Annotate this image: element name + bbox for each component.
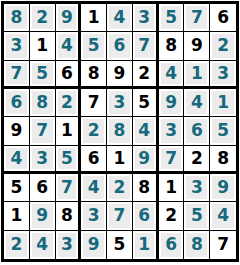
cell-r3c8[interactable]: 1 — [184, 61, 210, 89]
cell-r5c2[interactable]: 7 — [30, 117, 56, 145]
solved-digit: 9 — [135, 148, 154, 169]
given-digit: 9 — [109, 63, 130, 84]
given-digit: 5 — [135, 91, 154, 114]
solved-digit: 7 — [186, 6, 207, 29]
cell-r3c3[interactable]: 6 — [56, 61, 82, 89]
cell-r4c5[interactable]: 3 — [107, 89, 133, 117]
solved-digit: 5 — [58, 148, 77, 169]
given-digit: 8 — [83, 63, 104, 84]
cell-r4c4[interactable]: 7 — [81, 89, 107, 117]
cell-r7c3[interactable]: 7 — [56, 174, 82, 202]
cell-r4c2[interactable]: 8 — [30, 89, 56, 117]
cell-r4c8[interactable]: 4 — [184, 89, 210, 117]
given-digit: 6 — [212, 6, 234, 29]
cell-r1c2[interactable]: 2 — [30, 4, 56, 32]
cell-r9c7[interactable]: 6 — [159, 231, 185, 259]
solved-digit: 6 — [135, 204, 154, 227]
given-digit: 9 — [6, 119, 27, 142]
solved-digit: 2 — [83, 119, 104, 142]
solved-digit: 3 — [135, 6, 154, 29]
cell-r9c1[interactable]: 2 — [4, 231, 30, 259]
cell-r8c6[interactable]: 6 — [133, 202, 159, 230]
solved-digit: 3 — [109, 91, 130, 114]
cell-r1c3[interactable]: 9 — [56, 4, 82, 32]
cell-r6c9[interactable]: 8 — [210, 146, 236, 174]
given-digit: 8 — [135, 176, 154, 199]
given-digit: 5 — [6, 176, 27, 199]
solved-digit: 8 — [32, 91, 53, 114]
solved-digit: 4 — [186, 91, 207, 114]
cell-r6c2[interactable]: 3 — [30, 146, 56, 174]
given-digit: 6 — [83, 148, 104, 169]
given-digit: 7 — [83, 91, 104, 114]
cell-r6c3[interactable]: 5 — [56, 146, 82, 174]
given-digit: 8 — [212, 148, 234, 169]
given-digit: 2 — [186, 148, 207, 169]
cell-r8c4[interactable]: 3 — [81, 202, 107, 230]
cell-r8c2[interactable]: 9 — [30, 202, 56, 230]
solved-digit: 9 — [212, 176, 234, 199]
cell-r8c3[interactable]: 8 — [56, 202, 82, 230]
solved-digit: 9 — [161, 91, 182, 114]
cell-r6c8[interactable]: 2 — [184, 146, 210, 174]
solved-digit: 4 — [212, 204, 234, 227]
cell-r9c8[interactable]: 8 — [184, 231, 210, 259]
cell-r3c4[interactable]: 8 — [81, 61, 107, 89]
cell-r5c4[interactable]: 2 — [81, 117, 107, 145]
cell-r6c7[interactable]: 7 — [159, 146, 185, 174]
solved-digit: 6 — [161, 233, 182, 257]
solved-digit: 1 — [186, 63, 207, 84]
solved-digit: 3 — [6, 34, 27, 57]
cell-r8c9[interactable]: 4 — [210, 202, 236, 230]
solved-digit: 7 — [161, 148, 182, 169]
cell-r1c7[interactable]: 5 — [159, 4, 185, 32]
given-digit: 9 — [186, 34, 207, 57]
given-digit: 6 — [58, 63, 77, 84]
cell-r4c9[interactable]: 1 — [210, 89, 236, 117]
solved-digit: 4 — [83, 176, 104, 199]
cell-r2c3[interactable]: 4 — [56, 32, 82, 60]
solved-digit: 3 — [186, 176, 207, 199]
given-digit: 1 — [32, 34, 53, 57]
cell-r2c9[interactable]: 2 — [210, 32, 236, 60]
cell-r7c6[interactable]: 8 — [133, 174, 159, 202]
solved-digit: 9 — [83, 233, 104, 257]
solved-digit: 3 — [58, 233, 77, 257]
solved-digit: 4 — [58, 34, 77, 57]
solved-digit: 8 — [6, 6, 27, 29]
solved-digit: 5 — [32, 63, 53, 84]
solved-digit: 4 — [109, 6, 130, 29]
cell-r4c3[interactable]: 2 — [56, 89, 82, 117]
cell-r3c9[interactable]: 3 — [210, 61, 236, 89]
solved-digit: 7 — [109, 204, 130, 227]
cell-r2c1[interactable]: 3 — [4, 32, 30, 60]
solved-digit: 7 — [6, 63, 27, 84]
solved-digit: 8 — [109, 119, 130, 142]
given-digit: 2 — [161, 204, 182, 227]
cell-r1c4[interactable]: 1 — [81, 4, 107, 32]
cell-r5c9[interactable]: 5 — [210, 117, 236, 145]
cell-r2c2[interactable]: 1 — [30, 32, 56, 60]
given-digit: 1 — [109, 148, 130, 169]
cell-r9c6[interactable]: 1 — [133, 231, 159, 259]
solved-digit: 6 — [186, 119, 207, 142]
cell-r4c6[interactable]: 5 — [133, 89, 159, 117]
given-digit: 2 — [135, 63, 154, 84]
cell-r1c8[interactable]: 7 — [184, 4, 210, 32]
cell-r2c8[interactable]: 9 — [184, 32, 210, 60]
given-digit: 1 — [58, 119, 77, 142]
cell-r8c1[interactable]: 1 — [4, 202, 30, 230]
solved-digit: 3 — [161, 119, 182, 142]
cell-r8c8[interactable]: 5 — [184, 202, 210, 230]
cell-r3c5[interactable]: 9 — [107, 61, 133, 89]
given-digit: 6 — [32, 176, 53, 199]
solved-digit: 5 — [186, 204, 207, 227]
given-digit: 1 — [83, 6, 104, 29]
solved-digit: 2 — [109, 176, 130, 199]
cell-r8c5[interactable]: 7 — [107, 202, 133, 230]
solved-digit: 8 — [186, 233, 207, 257]
cell-r6c1[interactable]: 4 — [4, 146, 30, 174]
cell-r7c1[interactable]: 5 — [4, 174, 30, 202]
cell-r5c6[interactable]: 4 — [133, 117, 159, 145]
solved-digit: 3 — [32, 148, 53, 169]
solved-digit: 5 — [212, 119, 234, 142]
given-digit: 5 — [109, 233, 130, 257]
cell-r9c3[interactable]: 3 — [56, 231, 82, 259]
cell-r5c7[interactable]: 3 — [159, 117, 185, 145]
cell-r9c4[interactable]: 9 — [81, 231, 107, 259]
cell-r1c9[interactable]: 6 — [210, 4, 236, 32]
cell-r2c5[interactable]: 6 — [107, 32, 133, 60]
cell-r6c5[interactable]: 1 — [107, 146, 133, 174]
cell-r2c4[interactable]: 5 — [81, 32, 107, 60]
cell-r3c7[interactable]: 4 — [159, 61, 185, 89]
cell-r3c1[interactable]: 7 — [4, 61, 30, 89]
cell-r7c2[interactable]: 6 — [30, 174, 56, 202]
solved-digit: 7 — [32, 119, 53, 142]
cell-r8c7[interactable]: 2 — [159, 202, 185, 230]
solved-digit: 9 — [58, 6, 77, 29]
cell-r7c7[interactable]: 1 — [159, 174, 185, 202]
solved-digit: 1 — [135, 233, 154, 257]
solved-digit: 2 — [6, 233, 27, 257]
cell-r1c6[interactable]: 3 — [133, 4, 159, 32]
solved-digit: 4 — [135, 119, 154, 142]
cell-r1c5[interactable]: 4 — [107, 4, 133, 32]
cell-r3c6[interactable]: 2 — [133, 61, 159, 89]
solved-digit: 5 — [161, 6, 182, 29]
cell-r9c9[interactable]: 7 — [210, 231, 236, 259]
cell-r5c8[interactable]: 6 — [184, 117, 210, 145]
cell-r4c1[interactable]: 6 — [4, 89, 30, 117]
cell-r7c5[interactable]: 2 — [107, 174, 133, 202]
given-digit: 7 — [212, 233, 234, 257]
solved-digit: 3 — [83, 204, 104, 227]
solved-digit: 3 — [212, 63, 234, 84]
solved-digit: 4 — [161, 63, 182, 84]
solved-digit: 7 — [135, 34, 154, 57]
solved-digit: 2 — [212, 34, 234, 57]
solved-digit: 2 — [32, 6, 53, 29]
cell-r2c6[interactable]: 7 — [133, 32, 159, 60]
solved-digit: 6 — [6, 91, 27, 114]
sudoku-board: 8291435763145678927568924136827359419712… — [1, 1, 239, 262]
solved-digit: 2 — [58, 91, 77, 114]
given-digit: 1 — [6, 204, 27, 227]
cell-r9c2[interactable]: 4 — [30, 231, 56, 259]
cell-r3c2[interactable]: 5 — [30, 61, 56, 89]
cell-r1c1[interactable]: 8 — [4, 4, 30, 32]
cell-r7c8[interactable]: 3 — [184, 174, 210, 202]
solved-digit: 7 — [58, 176, 77, 199]
solved-digit: 6 — [109, 34, 130, 57]
solved-digit: 5 — [83, 34, 104, 57]
cell-r5c3[interactable]: 1 — [56, 117, 82, 145]
cell-r5c1[interactable]: 9 — [4, 117, 30, 145]
cell-r9c5[interactable]: 5 — [107, 231, 133, 259]
cell-r4c7[interactable]: 9 — [159, 89, 185, 117]
cell-r5c5[interactable]: 8 — [107, 117, 133, 145]
given-digit: 8 — [58, 204, 77, 227]
given-digit: 8 — [161, 34, 182, 57]
solved-digit: 4 — [6, 148, 27, 169]
cell-r7c4[interactable]: 4 — [81, 174, 107, 202]
solved-digit: 4 — [32, 233, 53, 257]
solved-digit: 1 — [212, 91, 234, 114]
given-digit: 1 — [161, 176, 182, 199]
cell-r6c6[interactable]: 9 — [133, 146, 159, 174]
cell-r7c9[interactable]: 9 — [210, 174, 236, 202]
cell-r6c4[interactable]: 6 — [81, 146, 107, 174]
solved-digit: 9 — [32, 204, 53, 227]
cell-r2c7[interactable]: 8 — [159, 32, 185, 60]
